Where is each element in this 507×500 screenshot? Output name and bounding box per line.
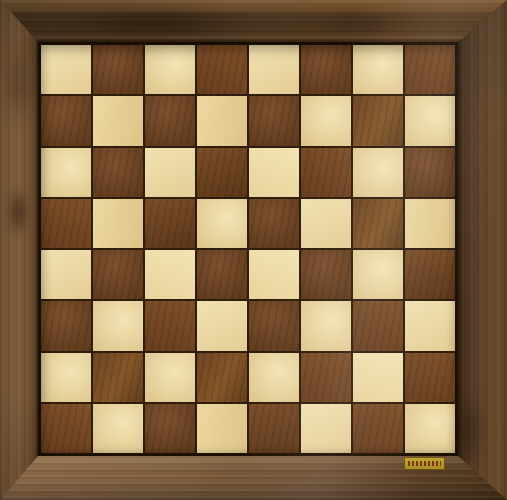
square-a6[interactable] [41,148,91,197]
wood-stain [60,6,250,40]
square-c4[interactable] [145,250,195,299]
square-c8[interactable] [145,45,195,94]
square-a2[interactable] [41,353,91,402]
square-h8[interactable] [405,45,455,94]
square-a1[interactable] [41,404,91,453]
square-h3[interactable] [405,301,455,350]
square-c6[interactable] [145,148,195,197]
square-g8[interactable] [353,45,403,94]
square-e2[interactable] [249,353,299,402]
square-e6[interactable] [249,148,299,197]
square-b3[interactable] [93,301,143,350]
square-e4[interactable] [249,250,299,299]
square-g3[interactable] [353,301,403,350]
square-e1[interactable] [249,404,299,453]
square-g2[interactable] [353,353,403,402]
square-c7[interactable] [145,96,195,145]
square-f3[interactable] [301,301,351,350]
square-h4[interactable] [405,250,455,299]
square-d6[interactable] [197,148,247,197]
square-e5[interactable] [249,199,299,248]
square-c1[interactable] [145,404,195,453]
square-d5[interactable] [197,199,247,248]
square-f4[interactable] [301,250,351,299]
square-a4[interactable] [41,250,91,299]
square-e8[interactable] [249,45,299,94]
square-b1[interactable] [93,404,143,453]
square-f6[interactable] [301,148,351,197]
square-d2[interactable] [197,353,247,402]
square-d8[interactable] [197,45,247,94]
square-e7[interactable] [249,96,299,145]
square-a8[interactable] [41,45,91,94]
square-d1[interactable] [197,404,247,453]
square-d7[interactable] [197,96,247,145]
square-g7[interactable] [353,96,403,145]
wood-knot [6,186,30,238]
square-g5[interactable] [353,199,403,248]
square-f2[interactable] [301,353,351,402]
square-b4[interactable] [93,250,143,299]
square-g1[interactable] [353,404,403,453]
square-a3[interactable] [41,301,91,350]
square-b5[interactable] [93,199,143,248]
square-f1[interactable] [301,404,351,453]
square-f7[interactable] [301,96,351,145]
square-h6[interactable] [405,148,455,197]
square-h5[interactable] [405,199,455,248]
square-b7[interactable] [93,96,143,145]
chessboard-photo [0,0,507,500]
wood-stain [2,40,36,130]
square-b2[interactable] [93,353,143,402]
chess-board [38,42,458,456]
square-g4[interactable] [353,250,403,299]
square-e3[interactable] [249,301,299,350]
label-sticker [404,457,445,470]
square-a7[interactable] [41,96,91,145]
square-f8[interactable] [301,45,351,94]
square-c3[interactable] [145,301,195,350]
wood-stain [300,10,420,36]
square-h1[interactable] [405,404,455,453]
square-d3[interactable] [197,301,247,350]
square-b8[interactable] [93,45,143,94]
square-d4[interactable] [197,250,247,299]
square-h2[interactable] [405,353,455,402]
square-c2[interactable] [145,353,195,402]
square-f5[interactable] [301,199,351,248]
square-b6[interactable] [93,148,143,197]
square-c5[interactable] [145,199,195,248]
square-g6[interactable] [353,148,403,197]
square-a5[interactable] [41,199,91,248]
square-h7[interactable] [405,96,455,145]
